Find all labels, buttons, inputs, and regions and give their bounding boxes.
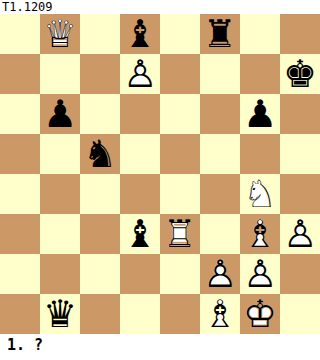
square-b8[interactable]: ♛♕ (40, 14, 80, 54)
square-h8[interactable] (280, 14, 320, 54)
square-d6[interactable] (120, 94, 160, 134)
piece-glyph: ♗ (200, 294, 240, 334)
piece-glyph: ♗ (240, 214, 280, 254)
black-pawn[interactable]: ♟ (40, 94, 80, 134)
square-e4[interactable] (160, 174, 200, 214)
black-bishop[interactable]: ♝ (120, 14, 160, 54)
square-e2[interactable] (160, 254, 200, 294)
square-g1[interactable]: ♚♔ (240, 294, 280, 334)
square-a1[interactable] (0, 294, 40, 334)
square-a2[interactable] (0, 254, 40, 294)
square-h7[interactable]: ♚ (280, 54, 320, 94)
square-b4[interactable] (40, 174, 80, 214)
square-g6[interactable]: ♟ (240, 94, 280, 134)
white-pawn[interactable]: ♟♙ (120, 54, 160, 94)
square-g2[interactable]: ♟♙ (240, 254, 280, 294)
white-pawn[interactable]: ♟♙ (200, 254, 240, 294)
square-f5[interactable] (200, 134, 240, 174)
square-c6[interactable] (80, 94, 120, 134)
square-c7[interactable] (80, 54, 120, 94)
white-pawn[interactable]: ♟♙ (280, 214, 320, 254)
square-h5[interactable] (280, 134, 320, 174)
piece-glyph: ♙ (200, 254, 240, 294)
piece-glyph: ♚ (280, 54, 320, 94)
square-c8[interactable] (80, 14, 120, 54)
square-c5[interactable]: ♞ (80, 134, 120, 174)
piece-glyph: ♙ (280, 214, 320, 254)
black-rook[interactable]: ♜ (200, 14, 240, 54)
move-prompt: 1. ? (7, 336, 43, 354)
square-h1[interactable] (280, 294, 320, 334)
square-a8[interactable] (0, 14, 40, 54)
square-g8[interactable] (240, 14, 280, 54)
white-queen[interactable]: ♛♕ (40, 14, 80, 54)
square-c3[interactable] (80, 214, 120, 254)
square-h2[interactable] (280, 254, 320, 294)
square-b1[interactable]: ♛ (40, 294, 80, 334)
square-b2[interactable] (40, 254, 80, 294)
square-a7[interactable] (0, 54, 40, 94)
piece-glyph: ♕ (40, 14, 80, 54)
piece-glyph: ♝ (120, 214, 160, 254)
square-f6[interactable] (200, 94, 240, 134)
black-queen[interactable]: ♛ (40, 294, 80, 334)
black-knight[interactable]: ♞ (80, 134, 120, 174)
piece-glyph: ♞ (80, 134, 120, 174)
square-d2[interactable] (120, 254, 160, 294)
white-bishop[interactable]: ♝♗ (240, 214, 280, 254)
square-h6[interactable] (280, 94, 320, 134)
square-e5[interactable] (160, 134, 200, 174)
piece-glyph: ♛ (40, 294, 80, 334)
black-pawn[interactable]: ♟ (240, 94, 280, 134)
square-f8[interactable]: ♜ (200, 14, 240, 54)
square-g3[interactable]: ♝♗ (240, 214, 280, 254)
puzzle-page: T1.1209 ♛♕♝♜♟♙♚♟♟♞♞♘♝♜♖♝♗♟♙♟♙♟♙♛♝♗♚♔ 1. … (0, 0, 320, 360)
chess-board: ♛♕♝♜♟♙♚♟♟♞♞♘♝♜♖♝♗♟♙♟♙♟♙♛♝♗♚♔ (0, 14, 320, 334)
square-a4[interactable] (0, 174, 40, 214)
square-b5[interactable] (40, 134, 80, 174)
white-pawn[interactable]: ♟♙ (240, 254, 280, 294)
square-b7[interactable] (40, 54, 80, 94)
square-c4[interactable] (80, 174, 120, 214)
white-bishop[interactable]: ♝♗ (200, 294, 240, 334)
white-knight[interactable]: ♞♘ (240, 174, 280, 214)
square-d4[interactable] (120, 174, 160, 214)
square-f4[interactable] (200, 174, 240, 214)
square-h3[interactable]: ♟♙ (280, 214, 320, 254)
square-d5[interactable] (120, 134, 160, 174)
square-b6[interactable]: ♟ (40, 94, 80, 134)
square-c1[interactable] (80, 294, 120, 334)
square-e3[interactable]: ♜♖ (160, 214, 200, 254)
piece-glyph: ♜ (200, 14, 240, 54)
piece-glyph: ♙ (240, 254, 280, 294)
square-g4[interactable]: ♞♘ (240, 174, 280, 214)
square-e1[interactable] (160, 294, 200, 334)
piece-glyph: ♟ (40, 94, 80, 134)
piece-glyph: ♙ (120, 54, 160, 94)
square-a6[interactable] (0, 94, 40, 134)
square-d7[interactable]: ♟♙ (120, 54, 160, 94)
square-a5[interactable] (0, 134, 40, 174)
piece-glyph: ♟ (240, 94, 280, 134)
square-d8[interactable]: ♝ (120, 14, 160, 54)
square-f1[interactable]: ♝♗ (200, 294, 240, 334)
square-b3[interactable] (40, 214, 80, 254)
square-e8[interactable] (160, 14, 200, 54)
white-king[interactable]: ♚♔ (240, 294, 280, 334)
square-g5[interactable] (240, 134, 280, 174)
black-king[interactable]: ♚ (280, 54, 320, 94)
piece-glyph: ♔ (240, 294, 280, 334)
black-bishop[interactable]: ♝ (120, 214, 160, 254)
square-d3[interactable]: ♝ (120, 214, 160, 254)
square-c2[interactable] (80, 254, 120, 294)
square-h4[interactable] (280, 174, 320, 214)
square-g7[interactable] (240, 54, 280, 94)
square-f2[interactable]: ♟♙ (200, 254, 240, 294)
square-f7[interactable] (200, 54, 240, 94)
square-a3[interactable] (0, 214, 40, 254)
square-e7[interactable] (160, 54, 200, 94)
square-f3[interactable] (200, 214, 240, 254)
square-e6[interactable] (160, 94, 200, 134)
piece-glyph: ♘ (240, 174, 280, 214)
white-rook[interactable]: ♜♖ (160, 214, 200, 254)
piece-glyph: ♝ (120, 14, 160, 54)
piece-glyph: ♖ (160, 214, 200, 254)
square-d1[interactable] (120, 294, 160, 334)
